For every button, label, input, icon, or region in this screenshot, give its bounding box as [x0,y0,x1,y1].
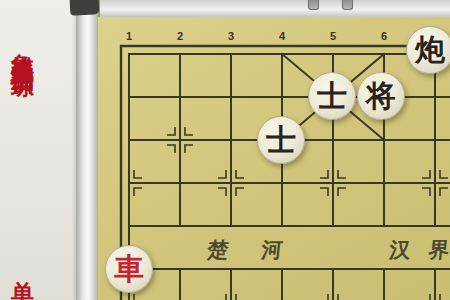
file-label-6: 6 [376,30,392,42]
file-label-2: 2 [172,30,188,42]
black-general[interactable]: 将 [357,72,405,120]
black-advisor-1[interactable]: 士 [308,72,356,120]
river-label-jie: 界 [426,236,450,264]
red-chariot[interactable]: 車 [105,245,153,293]
sidebar-series-char: 单 [0,262,38,265]
file-label-4: 4 [274,30,290,42]
hanger-clip-icon [308,0,319,10]
file-label-5: 5 [325,30,341,42]
file-label-3: 3 [223,30,239,42]
hanger-clip-icon [342,0,353,10]
river-label-he: 河 [259,236,286,264]
black-advisor-2[interactable]: 士 [257,116,305,164]
whiteboard-frame-left [76,0,100,300]
whiteboard-frame-top [76,0,450,18]
sidebar-title: 象棋残局基础训练 [0,34,38,58]
river-label-han: 汉 [387,236,414,264]
file-label-1: 1 [121,30,137,42]
river-label-chu: 楚 [205,236,232,264]
black-cannon[interactable]: 炮 [406,26,450,74]
screenshot: 象棋残局基础训练 单 [0,0,450,300]
frame-corner-cap [70,0,100,16]
